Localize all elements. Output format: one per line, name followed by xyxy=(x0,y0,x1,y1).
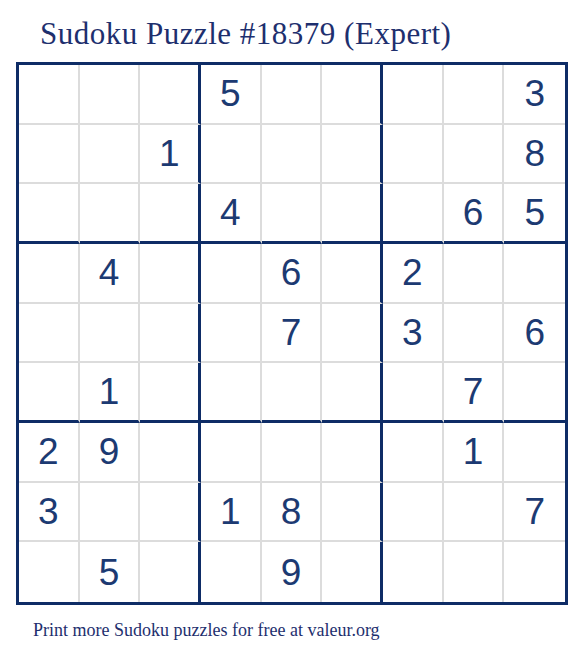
cell-r1c6 xyxy=(322,65,383,125)
cell-r9c2: 5 xyxy=(80,542,141,602)
sudoku-board: 531846546273617291318759 xyxy=(16,62,568,605)
cell-r1c5 xyxy=(262,65,323,125)
cell-r3c9: 5 xyxy=(504,184,565,244)
cell-r3c2 xyxy=(80,184,141,244)
cell-r2c2 xyxy=(80,125,141,185)
cell-r1c3 xyxy=(140,65,201,125)
cell-r4c8 xyxy=(444,244,505,304)
cell-r8c8 xyxy=(444,483,505,543)
cell-r3c8: 6 xyxy=(444,184,505,244)
cell-r7c7 xyxy=(383,423,444,483)
cell-r5c7: 3 xyxy=(383,304,444,364)
cell-r6c1 xyxy=(19,363,80,423)
cell-r8c3 xyxy=(140,483,201,543)
cell-r5c8 xyxy=(444,304,505,364)
cell-r9c3 xyxy=(140,542,201,602)
cell-r6c6 xyxy=(322,363,383,423)
cell-r6c7 xyxy=(383,363,444,423)
cell-r4c3 xyxy=(140,244,201,304)
cell-r3c1 xyxy=(19,184,80,244)
cell-r6c3 xyxy=(140,363,201,423)
cell-r8c5: 8 xyxy=(262,483,323,543)
cell-r3c4: 4 xyxy=(201,184,262,244)
cell-r1c7 xyxy=(383,65,444,125)
page-title: Sudoku Puzzle #18379 (Expert) xyxy=(40,16,451,52)
cell-r5c4 xyxy=(201,304,262,364)
cell-r2c9: 8 xyxy=(504,125,565,185)
cell-r4c2: 4 xyxy=(80,244,141,304)
cell-r4c6 xyxy=(322,244,383,304)
cell-r1c4: 5 xyxy=(201,65,262,125)
cell-r1c2 xyxy=(80,65,141,125)
cell-r2c8 xyxy=(444,125,505,185)
cell-r8c9: 7 xyxy=(504,483,565,543)
cell-r9c8 xyxy=(444,542,505,602)
cell-r8c2 xyxy=(80,483,141,543)
cell-r7c4 xyxy=(201,423,262,483)
cell-r2c3: 1 xyxy=(140,125,201,185)
cell-r7c5 xyxy=(262,423,323,483)
cell-r7c6 xyxy=(322,423,383,483)
cell-r5c6 xyxy=(322,304,383,364)
cell-r4c4 xyxy=(201,244,262,304)
cell-r5c5: 7 xyxy=(262,304,323,364)
cell-r7c9 xyxy=(504,423,565,483)
cell-r9c1 xyxy=(19,542,80,602)
cell-r2c6 xyxy=(322,125,383,185)
cell-r6c8: 7 xyxy=(444,363,505,423)
footer-text: Print more Sudoku puzzles for free at va… xyxy=(33,620,380,641)
cell-r2c7 xyxy=(383,125,444,185)
cell-r9c4 xyxy=(201,542,262,602)
cell-r6c4 xyxy=(201,363,262,423)
cell-r9c5: 9 xyxy=(262,542,323,602)
cell-r3c5 xyxy=(262,184,323,244)
cell-r5c9: 6 xyxy=(504,304,565,364)
cell-r4c9 xyxy=(504,244,565,304)
cell-r4c7: 2 xyxy=(383,244,444,304)
cell-r9c7 xyxy=(383,542,444,602)
cell-r6c9 xyxy=(504,363,565,423)
cell-r7c2: 9 xyxy=(80,423,141,483)
cell-r2c5 xyxy=(262,125,323,185)
cell-r5c3 xyxy=(140,304,201,364)
cell-r1c1 xyxy=(19,65,80,125)
cell-r3c6 xyxy=(322,184,383,244)
cell-r4c1 xyxy=(19,244,80,304)
cell-r8c6 xyxy=(322,483,383,543)
cell-r1c8 xyxy=(444,65,505,125)
cell-r8c7 xyxy=(383,483,444,543)
printable-sudoku-page: Sudoku Puzzle #18379 (Expert) 5318465462… xyxy=(0,0,580,651)
cell-r9c9 xyxy=(504,542,565,602)
cell-r9c6 xyxy=(322,542,383,602)
cell-r5c2 xyxy=(80,304,141,364)
cell-r8c4: 1 xyxy=(201,483,262,543)
cell-r7c3 xyxy=(140,423,201,483)
cell-r7c1: 2 xyxy=(19,423,80,483)
cell-r6c2: 1 xyxy=(80,363,141,423)
cell-r4c5: 6 xyxy=(262,244,323,304)
cell-r3c7 xyxy=(383,184,444,244)
cell-r8c1: 3 xyxy=(19,483,80,543)
cell-r2c4 xyxy=(201,125,262,185)
cell-r2c1 xyxy=(19,125,80,185)
cell-r3c3 xyxy=(140,184,201,244)
cell-r7c8: 1 xyxy=(444,423,505,483)
cell-r6c5 xyxy=(262,363,323,423)
cell-r1c9: 3 xyxy=(504,65,565,125)
cell-r5c1 xyxy=(19,304,80,364)
